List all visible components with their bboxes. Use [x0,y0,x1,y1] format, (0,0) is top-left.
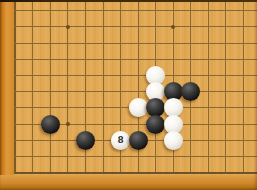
board-bottom-margin [0,175,257,190]
stone-white[interactable]: 8 [111,131,130,150]
stone-black[interactable] [129,131,148,150]
board-left-margin [0,0,14,190]
stone-black[interactable] [41,115,60,134]
grid-line-horizontal [14,172,257,174]
stone-white[interactable] [129,98,148,117]
grid-line-horizontal [14,75,257,76]
grid-line-horizontal [14,156,257,157]
star-point [66,25,70,29]
grid-line-horizontal [14,59,257,60]
wood-grain-texture [0,0,257,190]
stone-black[interactable] [146,115,165,134]
screen-top-edge [0,0,257,2]
stone-black[interactable] [76,131,95,150]
stone-white[interactable] [164,131,183,150]
go-board-screenshot: 8 [0,0,257,190]
grid-line-horizontal [14,26,257,27]
star-point [66,122,70,126]
grid-line-horizontal [14,43,257,44]
grid-line-horizontal [14,91,257,92]
grid-line-horizontal [14,10,257,11]
move-number-label: 8 [117,135,123,144]
